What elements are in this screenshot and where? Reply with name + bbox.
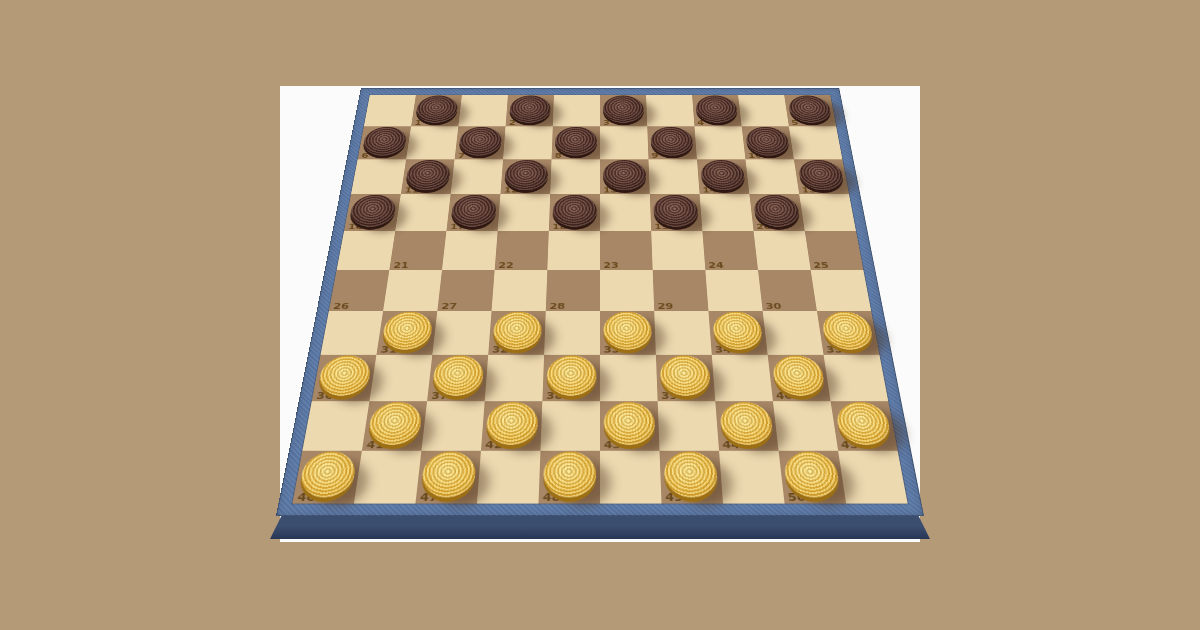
light-square [553,95,600,126]
piece-light-38[interactable] [546,356,596,396]
square-7[interactable]: 7 [455,126,506,159]
light-square [600,355,658,401]
square-1[interactable]: 1 [411,95,462,126]
square-31[interactable]: 31 [376,311,437,355]
piece-light-46[interactable] [297,452,357,498]
square-27[interactable]: 27 [437,270,494,311]
square-number: 2 [509,119,516,126]
piece-light-36[interactable] [316,356,372,396]
square-43[interactable]: 43 [600,401,660,450]
light-square [658,401,719,450]
light-square [754,231,811,270]
board-front-face [270,515,930,539]
square-number: 22 [498,261,514,269]
square-34[interactable]: 34 [708,311,767,355]
square-17[interactable]: 17 [446,194,500,231]
square-33[interactable]: 33 [600,311,656,355]
light-square [651,231,705,270]
square-4[interactable]: 4 [692,95,742,126]
piece-light-32[interactable] [492,312,542,350]
light-square [544,311,600,355]
piece-light-47[interactable] [420,452,477,498]
square-12[interactable]: 12 [500,159,551,194]
board-frame: 1234567891011121314151617181920212223242… [276,88,924,516]
light-square [763,311,824,355]
light-square [811,270,871,311]
square-number: 28 [549,302,565,311]
light-square [600,126,648,159]
square-number: 1 [414,119,422,126]
square-49[interactable]: 49 [660,451,724,504]
piece-dark-13[interactable] [603,160,646,190]
light-square [789,126,842,159]
light-square [550,159,600,194]
square-number: 30 [765,302,782,311]
board-panel: 1234567891011121314151617181920212223242… [280,86,920,542]
square-number: 23 [603,261,618,269]
board-grid: 1234567891011121314151617181920212223242… [292,95,907,504]
square-number: 25 [813,261,830,269]
square-number: 6 [361,152,369,159]
light-square [838,451,908,504]
square-3[interactable]: 3 [600,95,647,126]
square-number: 24 [708,261,724,269]
light-square [337,231,396,270]
square-number: 27 [441,302,458,311]
piece-light-43[interactable] [604,402,656,445]
piece-light-48[interactable] [543,452,596,498]
square-9[interactable]: 9 [647,126,697,159]
light-square [503,126,553,159]
square-44[interactable]: 44 [715,401,778,450]
piece-light-37[interactable] [431,356,484,396]
square-15[interactable]: 15 [794,159,849,194]
square-8[interactable]: 8 [552,126,600,159]
light-square [485,355,544,401]
light-square [458,95,508,126]
square-26[interactable]: 26 [329,270,389,311]
piece-dark-11[interactable] [405,160,452,190]
square-number: 7 [458,152,466,159]
square-24[interactable]: 24 [702,231,758,270]
light-square [451,159,503,194]
piece-dark-7[interactable] [458,127,502,156]
square-number: 9 [651,152,658,159]
light-square [745,159,799,194]
light-square [421,401,484,450]
light-square [705,270,762,311]
light-square [646,95,694,126]
square-10[interactable]: 10 [742,126,794,159]
light-square [369,355,432,401]
square-2[interactable]: 2 [506,95,554,126]
square-35[interactable]: 35 [817,311,880,355]
square-46[interactable]: 46 [292,451,362,504]
background: 1234567891011121314151617181920212223242… [0,0,1200,630]
light-square [799,194,856,231]
square-number: 3 [603,119,610,126]
piece-dark-18[interactable] [552,195,597,227]
square-20[interactable]: 20 [749,194,804,231]
light-square [719,451,785,504]
piece-light-31[interactable] [381,312,434,350]
square-36[interactable]: 36 [312,355,377,401]
light-square [600,270,654,311]
square-11[interactable]: 11 [401,159,455,194]
light-square [477,451,541,504]
light-square [600,194,651,231]
square-23[interactable]: 23 [600,231,653,270]
square-29[interactable]: 29 [653,270,709,311]
piece-dark-12[interactable] [504,160,548,190]
square-number: 4 [697,119,704,126]
piece-dark-3[interactable] [603,96,644,123]
light-square [654,311,712,355]
square-28[interactable]: 28 [546,270,600,311]
square-22[interactable]: 22 [495,231,549,270]
light-square [694,126,745,159]
square-number: 8 [555,152,562,159]
square-48[interactable]: 48 [538,451,600,504]
light-square [648,159,699,194]
square-47[interactable]: 47 [415,451,481,504]
piece-light-39[interactable] [660,356,712,396]
square-41[interactable]: 41 [362,401,427,450]
light-square [351,159,406,194]
light-square [600,451,662,504]
piece-dark-17[interactable] [450,195,497,227]
square-16[interactable]: 16 [344,194,401,231]
light-square [547,231,600,270]
piece-dark-6[interactable] [361,127,408,156]
square-14[interactable]: 14 [697,159,749,194]
square-39[interactable]: 39 [656,355,715,401]
piece-dark-16[interactable] [348,195,397,227]
light-square [354,451,422,504]
square-number: 21 [393,261,410,269]
piece-dark-8[interactable] [555,127,597,156]
square-13[interactable]: 13 [600,159,650,194]
square-25[interactable]: 25 [805,231,864,270]
square-21[interactable]: 21 [389,231,446,270]
piece-dark-19[interactable] [653,195,699,227]
light-square [492,270,548,311]
square-number: 29 [657,302,673,311]
light-square [824,355,889,401]
square-40[interactable]: 40 [768,355,831,401]
light-square [773,401,838,450]
light-square [700,194,754,231]
square-42[interactable]: 42 [481,401,542,450]
square-18[interactable]: 18 [549,194,600,231]
square-number: 5 [791,119,799,126]
square-50[interactable]: 50 [779,451,847,504]
square-6[interactable]: 6 [358,126,411,159]
light-square [395,194,450,231]
square-19[interactable]: 19 [650,194,703,231]
light-square [302,401,369,450]
piece-dark-9[interactable] [650,127,693,156]
square-37[interactable]: 37 [427,355,488,401]
square-45[interactable]: 45 [831,401,898,450]
square-number: 26 [332,302,349,311]
light-square [321,311,384,355]
square-32[interactable]: 32 [488,311,546,355]
light-square [432,311,491,355]
piece-light-41[interactable] [367,402,424,445]
light-square [738,95,789,126]
light-square [442,231,498,270]
light-square [406,126,458,159]
square-5[interactable]: 5 [784,95,836,126]
light-square [540,401,600,450]
square-38[interactable]: 38 [542,355,600,401]
piece-dark-1[interactable] [415,96,459,123]
light-square [712,355,773,401]
piece-light-33[interactable] [604,312,653,350]
light-square [364,95,416,126]
piece-light-42[interactable] [485,402,538,445]
light-square [383,270,442,311]
square-30[interactable]: 30 [758,270,817,311]
piece-dark-2[interactable] [509,96,551,123]
light-square [498,194,551,231]
